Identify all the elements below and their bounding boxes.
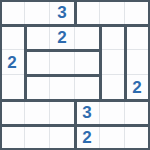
cell-r3c3[interactable] [75, 75, 100, 100]
cell-r5c3[interactable]: 2 [75, 125, 100, 150]
cell-r0c2[interactable]: 3 [50, 0, 75, 25]
cell-r2c4[interactable] [100, 50, 125, 75]
cell-r3c2[interactable] [50, 75, 75, 100]
cell-r3c4[interactable] [100, 75, 125, 100]
cell-r2c5[interactable] [125, 50, 150, 75]
cell-r1c2[interactable]: 2 [50, 25, 75, 50]
cell-r2c0[interactable]: 2 [0, 50, 25, 75]
cell-r4c1[interactable] [25, 100, 50, 125]
cell-r2c2[interactable] [50, 50, 75, 75]
cell-r2c1[interactable] [25, 50, 50, 75]
given-number: 2 [7, 54, 16, 71]
cell-r4c3[interactable]: 3 [75, 100, 100, 125]
cell-r0c0[interactable] [0, 0, 25, 25]
suguru-board: 322232 [0, 0, 150, 150]
cell-r4c4[interactable] [100, 100, 125, 125]
cell-r0c3[interactable] [75, 0, 100, 25]
given-number: 3 [57, 4, 66, 21]
cell-r1c4[interactable] [100, 25, 125, 50]
cell-r5c5[interactable] [125, 125, 150, 150]
cell-r5c1[interactable] [25, 125, 50, 150]
cell-r4c5[interactable] [125, 100, 150, 125]
given-number: 2 [57, 29, 66, 46]
cell-r5c2[interactable] [50, 125, 75, 150]
cell-r4c0[interactable] [0, 100, 25, 125]
cell-r0c5[interactable] [125, 0, 150, 25]
cell-r0c4[interactable] [100, 0, 125, 25]
cell-r4c2[interactable] [50, 100, 75, 125]
cell-r1c3[interactable] [75, 25, 100, 50]
cell-r3c0[interactable] [0, 75, 25, 100]
given-number: 3 [82, 104, 91, 121]
given-number: 2 [82, 129, 91, 146]
given-number: 2 [132, 79, 141, 96]
cell-r3c5[interactable]: 2 [125, 75, 150, 100]
cell-r1c5[interactable] [125, 25, 150, 50]
cell-r0c1[interactable] [25, 0, 50, 25]
cell-r5c0[interactable] [0, 125, 25, 150]
cell-r5c4[interactable] [100, 125, 125, 150]
cell-r1c1[interactable] [25, 25, 50, 50]
cell-r1c0[interactable] [0, 25, 25, 50]
cell-r2c3[interactable] [75, 50, 100, 75]
cell-r3c1[interactable] [25, 75, 50, 100]
